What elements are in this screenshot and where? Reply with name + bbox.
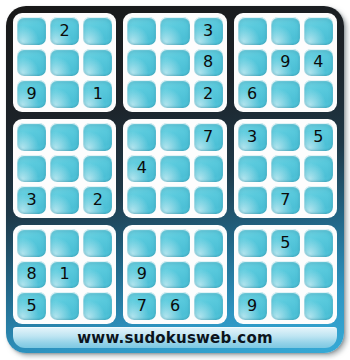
cell-r4c2[interactable] xyxy=(50,123,79,151)
cell-r9c1[interactable]: 5 xyxy=(17,292,46,320)
cell-r7c7[interactable] xyxy=(238,229,267,257)
cell-r3c4[interactable] xyxy=(127,80,156,108)
cell-r6c4[interactable] xyxy=(127,186,156,214)
cell-r4c5[interactable] xyxy=(160,123,189,151)
sudoku-box-1-1: 74 xyxy=(123,119,226,218)
cell-r9c2[interactable] xyxy=(50,292,79,320)
cell-r9c3[interactable] xyxy=(83,292,112,320)
cell-r9c4[interactable]: 7 xyxy=(127,292,156,320)
cell-r6c8[interactable]: 7 xyxy=(271,186,300,214)
cell-r5c8[interactable] xyxy=(271,155,300,183)
cell-r4c7[interactable]: 3 xyxy=(238,123,267,151)
cell-r4c4[interactable] xyxy=(127,123,156,151)
cell-r5c4[interactable]: 4 xyxy=(127,155,156,183)
cell-r9c7[interactable]: 9 xyxy=(238,292,267,320)
cell-r1c7[interactable] xyxy=(238,17,267,45)
cell-r1c3[interactable] xyxy=(83,17,112,45)
cell-r5c5[interactable] xyxy=(160,155,189,183)
cell-r2c7[interactable] xyxy=(238,49,267,77)
cell-r5c2[interactable] xyxy=(50,155,79,183)
cell-r3c7[interactable]: 6 xyxy=(238,80,267,108)
site-url[interactable]: www.sudokusweb.com xyxy=(77,329,272,347)
cell-r3c8[interactable] xyxy=(271,80,300,108)
cell-r1c1[interactable] xyxy=(17,17,46,45)
cell-r8c2[interactable]: 1 xyxy=(50,261,79,289)
cell-r5c1[interactable] xyxy=(17,155,46,183)
cell-r2c2[interactable] xyxy=(50,49,79,77)
cell-r8c5[interactable] xyxy=(160,261,189,289)
cell-r8c8[interactable] xyxy=(271,261,300,289)
cell-r8c3[interactable] xyxy=(83,261,112,289)
cell-r7c9[interactable] xyxy=(304,229,333,257)
sudoku-box-1-2: 357 xyxy=(234,119,337,218)
cell-r6c5[interactable] xyxy=(160,186,189,214)
cell-r6c6[interactable] xyxy=(194,186,223,214)
cell-r1c4[interactable] xyxy=(127,17,156,45)
cell-r4c3[interactable] xyxy=(83,123,112,151)
cell-r9c6[interactable] xyxy=(194,292,223,320)
cell-r5c6[interactable] xyxy=(194,155,223,183)
cell-r3c6[interactable]: 2 xyxy=(194,80,223,108)
cell-r3c9[interactable] xyxy=(304,80,333,108)
cell-r2c4[interactable] xyxy=(127,49,156,77)
cell-r8c7[interactable] xyxy=(238,261,267,289)
sudoku-box-0-1: 382 xyxy=(123,13,226,112)
cell-r8c4[interactable]: 9 xyxy=(127,261,156,289)
cell-r1c9[interactable] xyxy=(304,17,333,45)
cell-r7c3[interactable] xyxy=(83,229,112,257)
cell-r8c1[interactable]: 8 xyxy=(17,261,46,289)
sudoku-box-0-0: 291 xyxy=(13,13,116,112)
cell-r2c5[interactable] xyxy=(160,49,189,77)
cell-r7c8[interactable]: 5 xyxy=(271,229,300,257)
cell-r1c6[interactable]: 3 xyxy=(194,17,223,45)
cell-r9c9[interactable] xyxy=(304,292,333,320)
cell-r7c4[interactable] xyxy=(127,229,156,257)
cell-r7c1[interactable] xyxy=(17,229,46,257)
cell-r4c6[interactable]: 7 xyxy=(194,123,223,151)
cell-r1c8[interactable] xyxy=(271,17,300,45)
cell-r9c5[interactable]: 6 xyxy=(160,292,189,320)
cell-r4c1[interactable] xyxy=(17,123,46,151)
cell-r3c1[interactable]: 9 xyxy=(17,80,46,108)
cell-r6c9[interactable] xyxy=(304,186,333,214)
cell-r6c3[interactable]: 2 xyxy=(83,186,112,214)
cell-r1c2[interactable]: 2 xyxy=(50,17,79,45)
cell-r7c6[interactable] xyxy=(194,229,223,257)
cell-r3c2[interactable] xyxy=(50,80,79,108)
cell-r6c1[interactable]: 3 xyxy=(17,186,46,214)
sudoku-box-2-0: 815 xyxy=(13,225,116,324)
cell-r5c9[interactable] xyxy=(304,155,333,183)
cell-r1c5[interactable] xyxy=(160,17,189,45)
sudoku-box-0-2: 946 xyxy=(234,13,337,112)
cell-r2c9[interactable]: 4 xyxy=(304,49,333,77)
cell-r6c7[interactable] xyxy=(238,186,267,214)
cell-r2c3[interactable] xyxy=(83,49,112,77)
cell-r6c2[interactable] xyxy=(50,186,79,214)
cell-r9c8[interactable] xyxy=(271,292,300,320)
cell-r8c9[interactable] xyxy=(304,261,333,289)
footer-bar: www.sudokusweb.com xyxy=(13,327,337,348)
cell-r7c2[interactable] xyxy=(50,229,79,257)
sudoku-grid: 291382946327435781597659 xyxy=(13,13,337,324)
cell-r2c8[interactable]: 9 xyxy=(271,49,300,77)
cell-r4c9[interactable]: 5 xyxy=(304,123,333,151)
cell-r7c5[interactable] xyxy=(160,229,189,257)
cell-r3c3[interactable]: 1 xyxy=(83,80,112,108)
cell-r3c5[interactable] xyxy=(160,80,189,108)
cell-r2c6[interactable]: 8 xyxy=(194,49,223,77)
cell-r8c6[interactable] xyxy=(194,261,223,289)
sudoku-frame: 291382946327435781597659 www.sudokusweb.… xyxy=(6,6,344,353)
cell-r2c1[interactable] xyxy=(17,49,46,77)
cell-r5c7[interactable] xyxy=(238,155,267,183)
sudoku-box-1-0: 32 xyxy=(13,119,116,218)
sudoku-box-2-1: 976 xyxy=(123,225,226,324)
sudoku-box-2-2: 59 xyxy=(234,225,337,324)
cell-r4c8[interactable] xyxy=(271,123,300,151)
cell-r5c3[interactable] xyxy=(83,155,112,183)
